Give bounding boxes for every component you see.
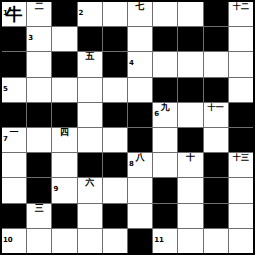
black-cell-r6c1	[27, 153, 51, 177]
down-clue-label: 十三	[233, 153, 249, 161]
cell-r6c7[interactable]: 十	[178, 153, 202, 177]
black-cell-r7c6	[153, 178, 177, 202]
black-cell-r2c2	[52, 52, 76, 76]
cell-r9c1[interactable]	[27, 229, 51, 253]
black-cell-r6c3	[78, 153, 102, 177]
board: 1牛二2七十二3五45九6十一一7四八8十十三9六三1011	[2, 2, 253, 253]
black-cell-r4c2	[52, 103, 76, 127]
black-cell-r4c9	[229, 103, 253, 127]
black-cell-r1c8	[204, 27, 228, 51]
cell-r7c9[interactable]	[229, 178, 253, 202]
cell-r3c1[interactable]	[27, 78, 51, 102]
cell-r3c4[interactable]	[103, 78, 127, 102]
filled-letter: 牛	[2, 2, 26, 26]
cell-r9c8[interactable]	[204, 229, 228, 253]
cell-r7c3[interactable]: 六	[78, 178, 102, 202]
black-cell-r0c8	[204, 2, 228, 26]
cell-r9c3[interactable]	[78, 229, 102, 253]
black-cell-r2c4	[103, 52, 127, 76]
down-clue-label: 九	[161, 103, 170, 112]
black-cell-r5c9	[229, 128, 253, 152]
cell-r2c5[interactable]: 4	[128, 52, 152, 76]
black-cell-r6c8	[204, 153, 228, 177]
cell-r7c0[interactable]	[2, 178, 26, 202]
black-cell-r8c0	[2, 204, 26, 228]
down-clue-label: 三	[35, 204, 44, 213]
cell-r0c0[interactable]: 1牛	[2, 2, 26, 26]
cell-r9c0[interactable]: 10	[2, 229, 26, 253]
across-clue-number: 6	[154, 111, 159, 118]
cell-r3c0[interactable]: 5	[2, 78, 26, 102]
cell-r8c9[interactable]	[229, 204, 253, 228]
cell-r2c6[interactable]	[153, 52, 177, 76]
cell-r0c5[interactable]: 七	[128, 2, 152, 26]
cell-r2c3[interactable]: 五	[78, 52, 102, 76]
cell-r6c2[interactable]	[52, 153, 76, 177]
cell-r8c3[interactable]	[78, 204, 102, 228]
crossword-board-frame: 1牛二2七十二3五45九6十一一7四八8十十三9六三1011	[0, 0, 255, 255]
cell-r3c5[interactable]	[128, 78, 152, 102]
black-cell-r8c6	[153, 204, 177, 228]
cell-r1c5[interactable]	[128, 27, 152, 51]
cell-r1c9[interactable]	[229, 27, 253, 51]
across-clue-number: 2	[79, 10, 84, 17]
cell-r4c7[interactable]	[178, 103, 202, 127]
cell-r1c1[interactable]: 3	[27, 27, 51, 51]
cell-r3c9[interactable]	[229, 78, 253, 102]
cell-r6c6[interactable]	[153, 153, 177, 177]
across-clue-number: 11	[154, 237, 164, 244]
cell-r2c8[interactable]	[204, 52, 228, 76]
cell-r6c5[interactable]: 八8	[128, 153, 152, 177]
cell-r7c4[interactable]	[103, 178, 127, 202]
across-clue-number: 8	[129, 162, 134, 169]
down-clue-label: 十	[186, 153, 195, 162]
cell-r0c1[interactable]: 二	[27, 2, 51, 26]
black-cell-r7c1	[27, 178, 51, 202]
cell-r0c6[interactable]	[153, 2, 177, 26]
down-clue-label: 五	[85, 52, 94, 61]
down-clue-label: 四	[60, 128, 69, 137]
black-cell-r7c8	[204, 178, 228, 202]
cell-r9c4[interactable]	[103, 229, 127, 253]
cell-r7c7[interactable]	[178, 178, 202, 202]
cell-r9c2[interactable]	[52, 229, 76, 253]
black-cell-r0c2	[52, 2, 76, 26]
black-cell-r4c1	[27, 103, 51, 127]
cell-r2c9[interactable]	[229, 52, 253, 76]
cell-r2c1[interactable]	[27, 52, 51, 76]
cell-r2c7[interactable]	[178, 52, 202, 76]
cell-r0c7[interactable]	[178, 2, 202, 26]
cell-r5c1[interactable]	[27, 128, 51, 152]
across-clue-number: 5	[3, 86, 8, 93]
down-clue-label: 八	[136, 153, 145, 162]
black-cell-r8c4	[103, 204, 127, 228]
cell-r7c2[interactable]: 9	[52, 178, 76, 202]
cell-r4c6[interactable]: 九6	[153, 103, 177, 127]
down-clue-label: 七	[136, 2, 145, 11]
cell-r9c6[interactable]: 11	[153, 229, 177, 253]
black-cell-r3c8	[204, 78, 228, 102]
across-clue-number: 4	[129, 61, 134, 68]
black-cell-r4c4	[103, 103, 127, 127]
black-cell-r3c6	[153, 78, 177, 102]
black-cell-r3c7	[178, 78, 202, 102]
black-cell-r8c2	[52, 204, 76, 228]
across-clue-number: 9	[53, 187, 58, 194]
cell-r5c0[interactable]: 一7	[2, 128, 26, 152]
black-cell-r9c5	[128, 229, 152, 253]
down-clue-label: 一	[10, 128, 19, 137]
cell-r4c8[interactable]: 十一	[204, 103, 228, 127]
down-clue-label: 六	[85, 178, 94, 187]
cell-r5c3[interactable]	[78, 128, 102, 152]
black-cell-r6c4	[103, 153, 127, 177]
cell-r8c7[interactable]	[178, 204, 202, 228]
across-clue-number: 7	[3, 136, 8, 143]
cell-r6c0[interactable]	[2, 153, 26, 177]
black-cell-r4c0	[2, 103, 26, 127]
cell-r1c2[interactable]	[52, 27, 76, 51]
black-cell-r5c5	[128, 128, 152, 152]
cell-r5c6[interactable]	[153, 128, 177, 152]
cell-r4c3[interactable]	[78, 103, 102, 127]
black-cell-r1c0	[2, 27, 26, 51]
black-cell-r5c7	[178, 128, 202, 152]
cell-r0c9[interactable]: 十二	[229, 2, 253, 26]
black-cell-r4c5	[128, 103, 152, 127]
cell-r9c7[interactable]	[178, 229, 202, 253]
down-clue-label: 二	[35, 2, 44, 11]
black-cell-r1c4	[103, 27, 127, 51]
cell-r6c9[interactable]: 十三	[229, 153, 253, 177]
cell-r7c5[interactable]	[128, 178, 152, 202]
across-clue-number: 10	[3, 237, 13, 244]
cell-r8c5[interactable]	[128, 204, 152, 228]
black-cell-r1c6	[153, 27, 177, 51]
down-clue-label: 十二	[233, 2, 249, 10]
cell-r8c1[interactable]: 三	[27, 204, 51, 228]
cell-r5c2[interactable]: 四	[52, 128, 76, 152]
cell-r5c8[interactable]	[204, 128, 228, 152]
cell-r0c4[interactable]	[103, 2, 127, 26]
black-cell-r1c7	[178, 27, 202, 51]
black-cell-r8c8	[204, 204, 228, 228]
cell-r3c3[interactable]	[78, 78, 102, 102]
black-cell-r2c0	[2, 52, 26, 76]
black-cell-r1c3	[78, 27, 102, 51]
cell-r0c3[interactable]: 2	[78, 2, 102, 26]
cell-r3c2[interactable]	[52, 78, 76, 102]
across-clue-number: 3	[28, 36, 33, 43]
down-clue-label: 十一	[208, 103, 224, 111]
cell-r5c4[interactable]	[103, 128, 127, 152]
cell-r9c9[interactable]	[229, 229, 253, 253]
